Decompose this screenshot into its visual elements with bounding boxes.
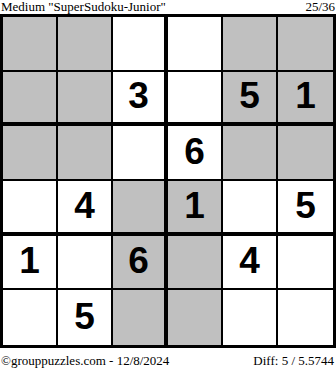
given-digit: 1	[19, 242, 40, 279]
sudoku-board: 35164151645	[0, 14, 336, 348]
cell-r5c2[interactable]	[58, 236, 113, 291]
cell-r6c1[interactable]	[3, 290, 58, 345]
cell-r4c2: 4	[58, 181, 113, 236]
cell-r1c3[interactable]	[113, 17, 168, 72]
cell-r1c4[interactable]	[168, 17, 223, 72]
puzzle-page: Medium "SuperSudoku-Junior" 25/36 351641…	[0, 0, 336, 370]
cell-r6c4[interactable]	[168, 290, 223, 345]
cell-r3c5[interactable]	[223, 126, 278, 181]
cell-r6c5[interactable]	[223, 290, 278, 345]
footer: ©grouppuzzles.com - 12/8/2024 Diff: 5 / …	[0, 354, 336, 368]
cell-r5c4[interactable]	[168, 236, 223, 291]
cell-r4c6: 5	[278, 181, 333, 236]
given-digit: 1	[295, 77, 316, 114]
cell-r2c5: 5	[223, 72, 278, 127]
cell-r2c2[interactable]	[58, 72, 113, 127]
header: Medium "SuperSudoku-Junior" 25/36	[0, 0, 336, 14]
given-digit: 3	[128, 77, 149, 114]
cell-r1c1[interactable]	[3, 17, 58, 72]
cells-remaining-counter: 25/36	[305, 0, 336, 13]
puzzle-title: Medium "SuperSudoku-Junior"	[0, 0, 166, 13]
cell-r3c1[interactable]	[3, 126, 58, 181]
cell-r6c3[interactable]	[113, 290, 168, 345]
given-digit: 5	[295, 187, 316, 224]
cell-r2c6: 1	[278, 72, 333, 127]
cell-r3c6[interactable]	[278, 126, 333, 181]
given-digit: 5	[239, 77, 260, 114]
cell-r5c5: 4	[223, 236, 278, 291]
cell-r4c4: 1	[168, 181, 223, 236]
cell-r4c5[interactable]	[223, 181, 278, 236]
cell-r3c3[interactable]	[113, 126, 168, 181]
given-digit: 6	[128, 242, 149, 279]
difficulty-text: Diff: 5 / 5.5744	[253, 354, 336, 368]
cell-r6c2: 5	[58, 290, 113, 345]
cell-r5c1: 1	[3, 236, 58, 291]
given-digit: 1	[184, 187, 205, 224]
cell-r2c3: 3	[113, 72, 168, 127]
cell-r1c5[interactable]	[223, 17, 278, 72]
given-digit: 4	[239, 242, 260, 279]
cell-r3c4: 6	[168, 126, 223, 181]
given-digit: 5	[74, 298, 95, 335]
given-digit: 6	[184, 133, 205, 170]
cell-r2c1[interactable]	[3, 72, 58, 127]
cell-r1c2[interactable]	[58, 17, 113, 72]
cell-r3c2[interactable]	[58, 126, 113, 181]
cell-r4c3[interactable]	[113, 181, 168, 236]
cell-r6c6[interactable]	[278, 290, 333, 345]
cell-r1c6[interactable]	[278, 17, 333, 72]
cell-r2c4[interactable]	[168, 72, 223, 127]
copyright-text: ©grouppuzzles.com - 12/8/2024	[0, 354, 169, 368]
cell-r5c3: 6	[113, 236, 168, 291]
cell-r4c1[interactable]	[3, 181, 58, 236]
cell-r5c6[interactable]	[278, 236, 333, 291]
given-digit: 4	[74, 187, 95, 224]
